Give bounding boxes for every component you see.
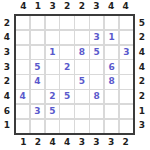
grid-cell-r1c3[interactable] [46,16,59,29]
clue-top-6: 3 [89,0,104,13]
grid-cell-r8c4[interactable] [60,120,73,133]
clue-top-2: 1 [31,0,46,13]
grid-cell-r2c8[interactable] [120,31,133,44]
grid-cell-r2c7[interactable]: 1 [105,31,118,44]
clue-right-5: 2 [136,75,148,90]
clue-left-8: 1 [1,118,13,133]
grid-cell-r7c3[interactable]: 5 [46,105,59,118]
clue-top-4: 2 [60,0,75,13]
grid-cell-r5c2[interactable]: 4 [31,75,44,88]
grid-cell-r4c1[interactable] [16,60,29,73]
clue-left-5: 2 [1,75,13,90]
clue-right-4: 4 [136,60,148,75]
grid-cell-r7c5[interactable] [75,105,88,118]
grid-cell-r6c5[interactable] [75,90,88,103]
clue-left-4: 3 [1,60,13,75]
grid-cell-r8c3[interactable] [46,120,59,133]
grid-cell-r2c5[interactable] [75,31,88,44]
grid-cell-r3c2[interactable] [31,46,44,59]
grid-cell-r8c5[interactable] [75,120,88,133]
clue-left-1: 2 [1,16,13,31]
clue-bottom-1: 1 [16,136,31,149]
grid-cell-r4c3[interactable] [46,60,59,73]
clue-top-3: 3 [45,0,60,13]
grid-cell-r8c8[interactable] [120,120,133,133]
grid-cell-r3c4[interactable] [60,46,73,59]
grid-cell-r1c8[interactable] [120,16,133,29]
grid-cell-r7c1[interactable] [16,105,29,118]
clue-bottom-6: 3 [89,136,104,149]
grid-cell-r8c7[interactable] [105,120,118,133]
clue-bottom-5: 3 [75,136,90,149]
clue-right-7: 1 [136,104,148,119]
clue-left-6: 4 [1,89,13,104]
grid-cell-r7c7[interactable] [105,105,118,118]
grid-cell-r7c6[interactable] [90,105,103,118]
grid-cell-r4c8[interactable] [120,60,133,73]
clue-left-3: 3 [1,45,13,60]
clue-right-6: 2 [136,89,148,104]
grid-cell-r3c5[interactable]: 8 [75,46,88,59]
clue-top-8: 4 [118,0,133,13]
grid-cell-r6c3[interactable]: 2 [46,90,59,103]
grid-cell-r1c2[interactable] [31,16,44,29]
skyscrapers-puzzle: 41322344 24332461 52442213 12443332 3118… [0,0,150,150]
grid-cell-r6c4[interactable]: 5 [60,90,73,103]
grid-cell-r7c8[interactable] [120,105,133,118]
grid-cell-r5c1[interactable] [16,75,29,88]
clue-top-7: 4 [104,0,119,13]
clue-bottom-2: 2 [31,136,46,149]
grid-cell-r4c5[interactable] [75,60,88,73]
grid-cell-r1c4[interactable] [60,16,73,29]
grid-cell-r4c6[interactable] [90,60,103,73]
grid-cell-r1c5[interactable] [75,16,88,29]
grid-cell-r5c7[interactable]: 8 [105,75,118,88]
grid-cell-r2c3[interactable] [46,31,59,44]
clue-column-right: 52442213 [136,16,148,133]
grid-cell-r4c4[interactable]: 2 [60,60,73,73]
clue-right-2: 2 [136,31,148,46]
clue-row-bottom: 12443332 [16,136,133,149]
clue-top-5: 2 [75,0,90,13]
clue-bottom-3: 4 [45,136,60,149]
skyscrapers-board: 311853526458425835 [14,14,135,135]
grid-cell-r2c6[interactable]: 3 [90,31,103,44]
grid-cell-r1c7[interactable] [105,16,118,29]
grid-cell-r2c4[interactable] [60,31,73,44]
grid-cell-r5c3[interactable] [46,75,59,88]
grid-cell-r7c2[interactable]: 3 [31,105,44,118]
grid-cell-r3c3[interactable]: 1 [46,46,59,59]
clue-column-left: 24332461 [1,16,13,133]
grid-cell-r6c8[interactable] [120,90,133,103]
grid-cell-r4c2[interactable]: 5 [31,60,44,73]
grid-cell-r4c7[interactable]: 6 [105,60,118,73]
grid-cell-r2c2[interactable] [31,31,44,44]
grid-cell-r2c1[interactable] [16,31,29,44]
grid-cell-r7c4[interactable] [60,105,73,118]
clue-left-7: 6 [1,104,13,119]
clue-left-2: 4 [1,31,13,46]
grid-cell-r5c8[interactable] [120,75,133,88]
grid-cell-r8c1[interactable] [16,120,29,133]
grid-cell-r8c2[interactable] [31,120,44,133]
clue-right-3: 4 [136,45,148,60]
grid-cell-r5c4[interactable] [60,75,73,88]
grid-cell-r5c6[interactable] [90,75,103,88]
grid-cell-r5c5[interactable]: 5 [75,75,88,88]
grid-cell-r3c6[interactable]: 5 [90,46,103,59]
grid-cell-r1c6[interactable] [90,16,103,29]
grid-cell-r6c7[interactable] [105,90,118,103]
clue-top-1: 4 [16,0,31,13]
grid-cell-r1c1[interactable] [16,16,29,29]
grid-cell-r3c1[interactable] [16,46,29,59]
clue-bottom-4: 4 [60,136,75,149]
clue-right-1: 5 [136,16,148,31]
clue-bottom-7: 3 [104,136,119,149]
grid-cell-r6c2[interactable] [31,90,44,103]
grid-cell-r6c6[interactable]: 8 [90,90,103,103]
grid-cell-r8c6[interactable] [90,120,103,133]
clue-row-top: 41322344 [16,0,133,13]
grid-cell-r3c7[interactable] [105,46,118,59]
grid-cell-r6c1[interactable]: 4 [16,90,29,103]
clue-right-8: 3 [136,118,148,133]
clue-bottom-8: 2 [118,136,133,149]
grid-cell-r3c8[interactable]: 3 [120,46,133,59]
